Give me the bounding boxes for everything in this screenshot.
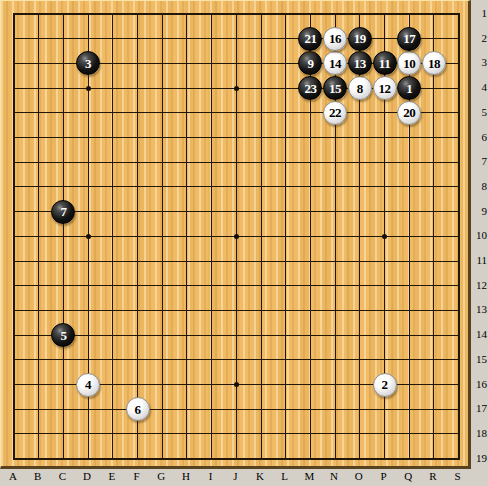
grid-line-horizontal [13, 409, 460, 410]
stone-white-20[interactable]: 20 [397, 101, 421, 125]
grid-line-horizontal [13, 261, 460, 262]
row-label-18: 18 [470, 427, 488, 439]
stone-move-number: 13 [354, 56, 366, 69]
star-point [234, 234, 239, 239]
stone-black-15[interactable]: 15 [323, 76, 347, 100]
grid-line-horizontal [13, 433, 460, 434]
coordinate-strip-right: 12345678910111213141516171819 [470, 0, 488, 486]
stone-move-number: 22 [329, 106, 341, 119]
stone-move-number: 20 [403, 106, 415, 119]
stone-white-10[interactable]: 10 [397, 51, 421, 75]
stone-move-number: 7 [60, 205, 66, 218]
row-label-2: 2 [470, 32, 488, 44]
stone-move-number: 19 [354, 32, 366, 45]
row-label-11: 11 [470, 254, 488, 266]
stone-white-22[interactable]: 22 [323, 101, 347, 125]
stone-white-8[interactable]: 8 [348, 76, 372, 100]
grid-line-vertical [433, 13, 434, 460]
row-label-6: 6 [470, 131, 488, 143]
star-point [86, 234, 91, 239]
stone-white-2[interactable]: 2 [373, 373, 397, 397]
column-label-F: F [127, 470, 147, 482]
row-label-5: 5 [470, 106, 488, 118]
row-label-1: 1 [470, 7, 488, 19]
stone-move-number: 6 [135, 402, 141, 415]
row-label-7: 7 [470, 155, 488, 167]
stone-black-3[interactable]: 3 [76, 51, 100, 75]
stone-move-number: 5 [60, 328, 66, 341]
row-label-15: 15 [470, 353, 488, 365]
column-label-R: R [423, 470, 443, 482]
stone-black-1[interactable]: 1 [397, 76, 421, 100]
stone-move-number: 10 [403, 56, 415, 69]
stone-white-4[interactable]: 4 [76, 373, 100, 397]
row-label-9: 9 [470, 205, 488, 217]
row-label-16: 16 [470, 378, 488, 390]
column-label-M: M [299, 470, 319, 482]
grid-line-horizontal [13, 359, 460, 360]
stone-move-number: 3 [85, 56, 91, 69]
row-label-13: 13 [470, 303, 488, 315]
stone-black-5[interactable]: 5 [51, 323, 75, 347]
stone-move-number: 9 [307, 56, 313, 69]
stone-black-21[interactable]: 21 [298, 27, 322, 51]
stone-move-number: 4 [85, 378, 91, 391]
column-label-S: S [448, 470, 468, 482]
stone-black-11[interactable]: 11 [373, 51, 397, 75]
stone-move-number: 12 [379, 81, 391, 94]
star-point [382, 234, 387, 239]
stone-black-13[interactable]: 13 [348, 51, 372, 75]
row-label-10: 10 [470, 229, 488, 241]
column-label-E: E [102, 470, 122, 482]
column-label-L: L [275, 470, 295, 482]
column-label-I: I [201, 470, 221, 482]
stone-move-number: 23 [304, 81, 316, 94]
coordinate-strip-bottom: ABCDEFGHIJKLMNOPQRS [0, 468, 470, 486]
stone-move-number: 16 [329, 32, 341, 45]
stone-move-number: 14 [329, 56, 341, 69]
row-label-4: 4 [470, 81, 488, 93]
row-label-19: 19 [470, 452, 488, 464]
stone-move-number: 15 [329, 81, 341, 94]
column-label-K: K [250, 470, 270, 482]
column-label-P: P [374, 470, 394, 482]
row-label-17: 17 [470, 402, 488, 414]
row-label-8: 8 [470, 180, 488, 192]
stone-white-12[interactable]: 12 [373, 76, 397, 100]
stone-white-14[interactable]: 14 [323, 51, 347, 75]
stone-black-9[interactable]: 9 [298, 51, 322, 75]
grid-line-vertical [458, 13, 460, 460]
stone-white-18[interactable]: 18 [422, 51, 446, 75]
stone-move-number: 17 [403, 32, 415, 45]
star-point [86, 86, 91, 91]
star-point [234, 382, 239, 387]
column-label-N: N [324, 470, 344, 482]
stone-move-number: 21 [304, 32, 316, 45]
grid-line-horizontal [13, 310, 460, 311]
star-point [234, 86, 239, 91]
stone-move-number: 11 [379, 56, 390, 69]
grid-line-horizontal [13, 335, 460, 336]
grid-line-horizontal [13, 285, 460, 286]
stone-black-19[interactable]: 19 [348, 27, 372, 51]
column-label-B: B [28, 470, 48, 482]
stone-white-16[interactable]: 16 [323, 27, 347, 51]
stone-move-number: 8 [357, 81, 363, 94]
stone-move-number: 1 [406, 81, 412, 94]
column-label-O: O [349, 470, 369, 482]
row-label-12: 12 [470, 279, 488, 291]
column-label-C: C [52, 470, 72, 482]
column-label-J: J [225, 470, 245, 482]
stone-white-6[interactable]: 6 [126, 397, 150, 421]
go-board[interactable]: 1234567891011121314151617181920212223 [0, 0, 471, 469]
column-label-A: A [3, 470, 23, 482]
column-label-G: G [151, 470, 171, 482]
row-label-14: 14 [470, 328, 488, 340]
stone-move-number: 18 [428, 56, 440, 69]
grid-line-vertical [261, 13, 262, 460]
stone-black-7[interactable]: 7 [51, 200, 75, 224]
stone-black-17[interactable]: 17 [397, 27, 421, 51]
column-label-D: D [77, 470, 97, 482]
row-label-3: 3 [470, 56, 488, 68]
stone-black-23[interactable]: 23 [298, 76, 322, 100]
grid-line-vertical [285, 13, 286, 460]
stone-move-number: 2 [382, 378, 388, 391]
column-label-Q: Q [398, 470, 418, 482]
column-label-H: H [176, 470, 196, 482]
go-diagram-window: 1234567891011121314151617181920212223 AB… [0, 0, 488, 486]
grid-line-horizontal [13, 458, 460, 460]
